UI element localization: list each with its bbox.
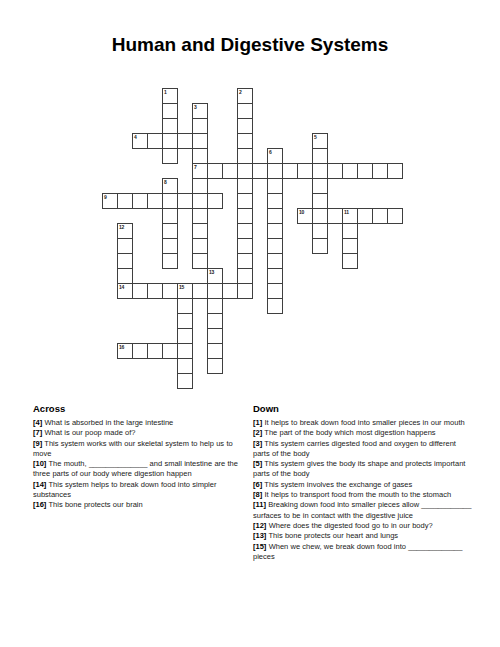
cell-r14c7[interactable] xyxy=(207,298,223,314)
cell-r7c11[interactable] xyxy=(267,193,283,209)
cell-r4c6[interactable] xyxy=(192,148,208,164)
cell-r17c4[interactable] xyxy=(162,343,178,359)
clue-number-label: [10] xyxy=(33,459,46,468)
down-clues-list: [1] It helps to break down food into sma… xyxy=(253,418,473,562)
clue-number-label: [7] xyxy=(33,428,42,437)
cell-r7c6[interactable] xyxy=(192,193,208,209)
cell-r14c11[interactable] xyxy=(267,298,283,314)
cell-r1c9[interactable] xyxy=(237,103,253,119)
cell-number-11: 11 xyxy=(344,210,349,215)
crossword-grid: 12345678910111213141516 xyxy=(102,88,403,389)
cell-r5c17[interactable] xyxy=(357,163,373,179)
cell-r13c8[interactable] xyxy=(222,283,238,299)
cell-r13c6[interactable] xyxy=(192,283,208,299)
cell-r12c1[interactable] xyxy=(117,268,133,284)
crossword-worksheet-page: { "game": "crossword", "title": "Human a… xyxy=(0,0,500,647)
clue-number-label: [15] xyxy=(253,542,266,551)
cell-r7c1[interactable] xyxy=(117,193,133,209)
clue-number-label: [12] xyxy=(253,521,266,530)
cell-r4c4[interactable] xyxy=(162,148,178,164)
cell-number-13: 13 xyxy=(209,270,214,275)
clue-number-label: [14] xyxy=(33,480,46,489)
cell-r4c9[interactable] xyxy=(237,148,253,164)
cell-r8c19[interactable] xyxy=(387,208,403,224)
cell-r5c11[interactable] xyxy=(267,163,283,179)
cell-r18c7[interactable] xyxy=(207,358,223,374)
clue-number-label: [4] xyxy=(33,418,42,427)
cell-r13c1[interactable]: 14 xyxy=(117,283,133,299)
cell-number-15: 15 xyxy=(179,285,184,290)
cell-r10c6[interactable] xyxy=(192,238,208,254)
cell-r7c2[interactable] xyxy=(132,193,148,209)
cell-r14c5[interactable] xyxy=(177,298,193,314)
cell-number-8: 8 xyxy=(164,180,167,185)
down-clues-section: Down [1] It helps to break down food int… xyxy=(253,403,473,562)
clue-across-7: [7] What is our poop made of? xyxy=(33,428,249,438)
cell-r3c4[interactable] xyxy=(162,133,178,149)
cell-r17c7[interactable] xyxy=(207,343,223,359)
cell-number-5: 5 xyxy=(314,135,317,140)
cell-r8c17[interactable] xyxy=(357,208,373,224)
cell-r15c7[interactable] xyxy=(207,313,223,329)
cell-r9c11[interactable] xyxy=(267,223,283,239)
cell-r11c6[interactable] xyxy=(192,253,208,269)
cell-r3c5[interactable] xyxy=(177,133,193,149)
cell-r8c9[interactable] xyxy=(237,208,253,224)
cell-r5c15[interactable] xyxy=(327,163,343,179)
cell-r12c7[interactable]: 13 xyxy=(207,268,223,284)
cell-number-1: 1 xyxy=(164,90,167,95)
cell-r3c6[interactable] xyxy=(192,133,208,149)
cell-r5c6[interactable]: 7 xyxy=(192,163,208,179)
cell-r3c9[interactable] xyxy=(237,133,253,149)
cell-r3c14[interactable]: 5 xyxy=(312,133,328,149)
cell-r15c5[interactable] xyxy=(177,313,193,329)
cell-r13c9[interactable] xyxy=(237,283,253,299)
cell-r9c14[interactable] xyxy=(312,223,328,239)
cell-r2c6[interactable] xyxy=(192,118,208,134)
clue-number-label: [13] xyxy=(253,531,266,540)
cell-number-10: 10 xyxy=(299,210,304,215)
cell-r17c5[interactable] xyxy=(177,343,193,359)
cell-r5c14[interactable] xyxy=(312,163,328,179)
cell-r8c13[interactable]: 10 xyxy=(297,208,313,224)
cell-r6c4[interactable]: 8 xyxy=(162,178,178,194)
cell-r6c11[interactable] xyxy=(267,178,283,194)
cell-r4c14[interactable] xyxy=(312,148,328,164)
cell-r4c11[interactable]: 6 xyxy=(267,148,283,164)
across-clues-list: [4] What is absorbed in the large intest… xyxy=(33,418,249,511)
down-header: Down xyxy=(253,403,473,414)
cell-r13c3[interactable] xyxy=(147,283,163,299)
cell-r11c9[interactable] xyxy=(237,253,253,269)
across-clues-section: Across [4] What is absorbed in the large… xyxy=(33,403,249,511)
cell-number-2: 2 xyxy=(239,90,242,95)
cell-r2c9[interactable] xyxy=(237,118,253,134)
cell-r17c3[interactable] xyxy=(147,343,163,359)
cell-number-6: 6 xyxy=(269,150,272,155)
cell-r8c16[interactable]: 11 xyxy=(342,208,358,224)
cell-number-16: 16 xyxy=(119,345,124,350)
cell-r10c1[interactable] xyxy=(117,238,133,254)
cell-r11c16[interactable] xyxy=(342,253,358,269)
clue-number-label: [9] xyxy=(33,439,42,448)
cell-r13c7[interactable] xyxy=(207,283,223,299)
cell-number-9: 9 xyxy=(104,195,107,200)
cell-number-3: 3 xyxy=(194,105,197,110)
cell-r8c11[interactable] xyxy=(267,208,283,224)
cell-r6c14[interactable] xyxy=(312,178,328,194)
clue-down-15: [15] When we chew, we break down food in… xyxy=(253,542,473,563)
cell-r8c18[interactable] xyxy=(372,208,388,224)
cell-r13c5[interactable]: 15 xyxy=(177,283,193,299)
clue-down-12: [12] Where does the digested food go to … xyxy=(253,521,473,531)
cell-r7c5[interactable] xyxy=(177,193,193,209)
clue-across-14: [14] This system helps to break down foo… xyxy=(33,480,249,501)
cell-r5c18[interactable] xyxy=(372,163,388,179)
clue-number-label: [3] xyxy=(253,439,262,448)
cell-r5c13[interactable] xyxy=(297,163,313,179)
cell-r9c9[interactable] xyxy=(237,223,253,239)
cell-r16c5[interactable] xyxy=(177,328,193,344)
cell-r7c14[interactable] xyxy=(312,193,328,209)
cell-r7c4[interactable] xyxy=(162,193,178,209)
cell-r10c14[interactable] xyxy=(312,238,328,254)
cell-r17c1[interactable]: 16 xyxy=(117,343,133,359)
clue-number-label: [16] xyxy=(33,500,46,509)
cell-r7c0[interactable]: 9 xyxy=(102,193,118,209)
cell-r9c1[interactable]: 12 xyxy=(117,223,133,239)
cell-r8c4[interactable] xyxy=(162,208,178,224)
cell-r18c5[interactable] xyxy=(177,358,193,374)
clue-number-label: [2] xyxy=(253,428,262,437)
clue-across-9: [9] This system works with our skeletal … xyxy=(33,439,249,460)
cell-r2c4[interactable] xyxy=(162,118,178,134)
cell-number-7: 7 xyxy=(194,165,197,170)
cell-r10c4[interactable] xyxy=(162,238,178,254)
cell-r13c2[interactable] xyxy=(132,283,148,299)
cell-r9c16[interactable] xyxy=(342,223,358,239)
cell-r1c4[interactable] xyxy=(162,103,178,119)
cell-r11c1[interactable] xyxy=(117,253,133,269)
cell-r3c3[interactable] xyxy=(147,133,163,149)
cell-r8c6[interactable] xyxy=(192,208,208,224)
cell-r19c5[interactable] xyxy=(177,373,193,389)
cell-r6c9[interactable] xyxy=(237,178,253,194)
clue-across-16: [16] This bone protects our brain xyxy=(33,500,249,510)
cell-r6c6[interactable] xyxy=(192,178,208,194)
cell-r5c7[interactable] xyxy=(207,163,223,179)
cell-r8c14[interactable] xyxy=(312,208,328,224)
clue-down-11: [11] Breaking down food into smaller pie… xyxy=(253,500,473,521)
clue-down-13: [13] This bone protects our heart and lu… xyxy=(253,531,473,541)
clue-down-5: [5] This system gives the body its shape… xyxy=(253,459,473,480)
cell-r5c9[interactable] xyxy=(237,163,253,179)
cell-r8c15[interactable] xyxy=(327,208,343,224)
cell-r12c9[interactable] xyxy=(237,268,253,284)
cell-number-12: 12 xyxy=(119,225,124,230)
cell-r5c19[interactable] xyxy=(387,163,403,179)
clue-down-2: [2] The part of the body which most dige… xyxy=(253,428,473,438)
cell-r17c2[interactable] xyxy=(132,343,148,359)
clue-down-1: [1] It helps to break down food into sma… xyxy=(253,418,473,428)
cell-r16c7[interactable] xyxy=(207,328,223,344)
cell-r10c9[interactable] xyxy=(237,238,253,254)
cell-r9c4[interactable] xyxy=(162,223,178,239)
cell-r5c8[interactable] xyxy=(222,163,238,179)
cell-r5c10[interactable] xyxy=(252,163,268,179)
cell-r10c11[interactable] xyxy=(267,238,283,254)
clue-down-8: [8] It helps to transport food from the … xyxy=(253,490,473,500)
cell-r7c7[interactable] xyxy=(207,193,223,209)
cell-r11c4[interactable] xyxy=(162,253,178,269)
cell-r7c3[interactable] xyxy=(147,193,163,209)
clue-down-6: [6] This system involves the exchange of… xyxy=(253,480,473,490)
cell-r5c16[interactable] xyxy=(342,163,358,179)
cell-r1c6[interactable]: 3 xyxy=(192,103,208,119)
cell-r13c11[interactable] xyxy=(267,283,283,299)
cell-r12c11[interactable] xyxy=(267,268,283,284)
cell-number-14: 14 xyxy=(119,285,124,290)
cell-number-4: 4 xyxy=(134,135,137,140)
clue-number-label: [5] xyxy=(253,459,262,468)
clue-number-label: [11] xyxy=(253,500,266,509)
cell-r11c11[interactable] xyxy=(267,253,283,269)
clue-across-10: [10] The mouth, ______________ and small… xyxy=(33,459,249,480)
cell-r0c4[interactable]: 1 xyxy=(162,88,178,104)
clue-number-label: [1] xyxy=(253,418,262,427)
cell-r9c6[interactable] xyxy=(192,223,208,239)
cell-r5c12[interactable] xyxy=(282,163,298,179)
clue-down-3: [3] This system carries digested food an… xyxy=(253,439,473,460)
clue-number-label: [6] xyxy=(253,480,262,489)
cell-r0c9[interactable]: 2 xyxy=(237,88,253,104)
cell-r10c16[interactable] xyxy=(342,238,358,254)
clue-across-4: [4] What is absorbed in the large intest… xyxy=(33,418,249,428)
across-header: Across xyxy=(33,403,249,414)
clue-number-label: [8] xyxy=(253,490,262,499)
page-title: Human and Digestive Systems xyxy=(0,34,500,56)
cell-r3c2[interactable]: 4 xyxy=(132,133,148,149)
cell-r13c4[interactable] xyxy=(162,283,178,299)
cell-r7c9[interactable] xyxy=(237,193,253,209)
